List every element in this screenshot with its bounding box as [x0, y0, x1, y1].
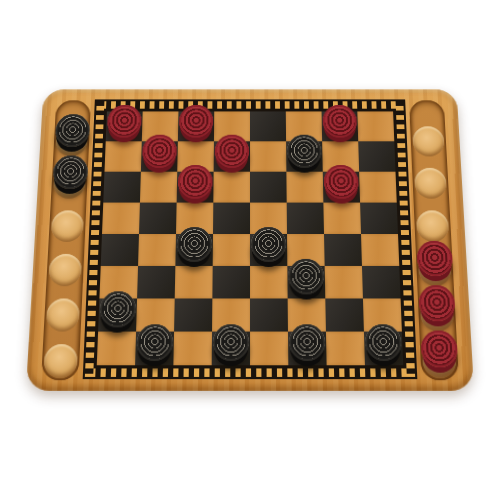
- black-checker-b1[interactable]: [136, 324, 173, 361]
- square-f6[interactable]: [286, 172, 323, 203]
- square-e2[interactable]: [250, 298, 288, 331]
- square-h5[interactable]: [360, 203, 398, 234]
- right-piece-tray: [409, 100, 459, 380]
- right-tray-slot-2: [414, 168, 447, 199]
- square-a1[interactable]: [97, 332, 136, 366]
- red-checker-tray-right-slot-4[interactable]: [416, 241, 453, 276]
- square-b3[interactable]: [137, 266, 175, 299]
- left-tray-slot-6: [43, 344, 78, 378]
- square-a6[interactable]: [103, 172, 141, 203]
- square-g2[interactable]: [325, 298, 364, 331]
- red-checker-tray-right-slot-6[interactable]: [420, 331, 458, 368]
- square-h1[interactable]: [364, 332, 403, 366]
- product-photo-background: [0, 0, 500, 500]
- left-tray-slot-3: [51, 210, 84, 242]
- square-a5[interactable]: [102, 203, 140, 234]
- square-d3[interactable]: [212, 266, 250, 299]
- square-e1[interactable]: [250, 332, 288, 366]
- red-checker-d7[interactable]: [215, 135, 249, 168]
- square-h7[interactable]: [358, 141, 395, 171]
- square-g8[interactable]: [322, 111, 359, 141]
- red-checker-g6[interactable]: [324, 165, 359, 199]
- square-e6[interactable]: [250, 172, 287, 203]
- square-b7[interactable]: [141, 141, 178, 171]
- square-f1[interactable]: [288, 332, 327, 366]
- black-checker-f3[interactable]: [288, 259, 324, 294]
- square-e7[interactable]: [250, 141, 286, 171]
- square-d1[interactable]: [212, 332, 250, 366]
- square-b5[interactable]: [139, 203, 177, 234]
- square-f7[interactable]: [286, 141, 323, 171]
- square-h6[interactable]: [359, 172, 397, 203]
- square-c6[interactable]: [177, 172, 214, 203]
- checkers-board: [26, 89, 474, 391]
- square-e8[interactable]: [250, 111, 286, 141]
- square-h8[interactable]: [357, 111, 394, 141]
- square-c1[interactable]: [173, 332, 212, 366]
- right-tray-slot-3: [416, 210, 449, 242]
- right-tray-slot-1: [412, 126, 445, 156]
- square-e4[interactable]: [250, 234, 287, 266]
- red-checker-g8[interactable]: [322, 105, 357, 138]
- black-checker-f1[interactable]: [289, 324, 326, 361]
- square-f5[interactable]: [287, 203, 324, 234]
- square-c3[interactable]: [175, 266, 213, 299]
- black-checker-e4[interactable]: [251, 227, 286, 262]
- square-c4[interactable]: [175, 234, 213, 266]
- black-checker-d1[interactable]: [213, 324, 249, 361]
- square-g6[interactable]: [323, 172, 360, 203]
- square-b4[interactable]: [138, 234, 176, 266]
- black-checker-f7[interactable]: [287, 135, 322, 168]
- square-a8[interactable]: [106, 111, 143, 141]
- square-c8[interactable]: [178, 111, 214, 141]
- red-checker-b7[interactable]: [142, 135, 177, 168]
- square-f3[interactable]: [287, 266, 325, 299]
- square-g1[interactable]: [326, 332, 365, 366]
- black-checker-c4[interactable]: [176, 227, 212, 262]
- square-g4[interactable]: [324, 234, 362, 266]
- square-h4[interactable]: [361, 234, 399, 266]
- square-b1[interactable]: [135, 332, 174, 366]
- red-checker-tray-right-slot-5[interactable]: [418, 285, 455, 321]
- black-checker-a2[interactable]: [99, 291, 136, 327]
- square-h3[interactable]: [362, 266, 401, 299]
- inlay-strip-bottom: [85, 368, 415, 377]
- square-g3[interactable]: [325, 266, 363, 299]
- red-checker-c8[interactable]: [179, 105, 213, 138]
- square-a7[interactable]: [104, 141, 141, 171]
- left-tray-slot-4: [48, 254, 82, 286]
- black-checker-h1[interactable]: [365, 324, 402, 361]
- red-checker-c6[interactable]: [178, 165, 213, 199]
- inlay-strip-top: [96, 101, 403, 108]
- left-tray-slot-5: [46, 298, 80, 331]
- decorative-inlay-border: [83, 99, 418, 379]
- square-e3[interactable]: [250, 266, 288, 299]
- square-g5[interactable]: [323, 203, 361, 234]
- red-checker-a8[interactable]: [107, 105, 142, 138]
- square-d5[interactable]: [213, 203, 250, 234]
- square-d7[interactable]: [214, 141, 250, 171]
- square-b6[interactable]: [140, 172, 177, 203]
- square-d4[interactable]: [213, 234, 250, 266]
- square-d6[interactable]: [213, 172, 250, 203]
- board-grid: [94, 109, 407, 369]
- square-a4[interactable]: [101, 234, 139, 266]
- square-a2[interactable]: [98, 298, 137, 331]
- square-c2[interactable]: [174, 298, 212, 331]
